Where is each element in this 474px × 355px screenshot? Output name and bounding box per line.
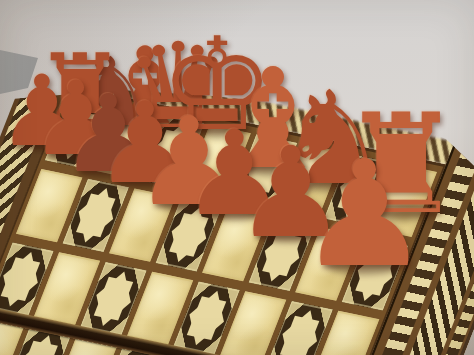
photo-scene: ♝♞♛♜♚♟♟♝♟♟♞♟♜♟♟♟ (0, 0, 474, 355)
pieces-layer: ♝♞♛♜♚♟♟♝♟♟♞♟♜♟♟♟ (0, 0, 474, 355)
piece-h2-pawn[interactable]: ♟ (291, 141, 438, 288)
